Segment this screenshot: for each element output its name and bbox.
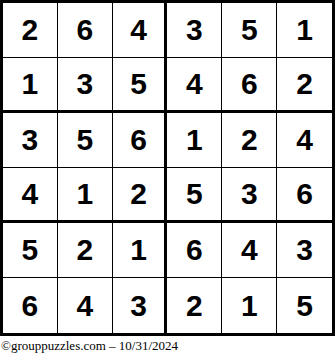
- sudoku-cell-r4c6: 6: [277, 168, 332, 223]
- sudoku-cell-r3c6: 4: [277, 113, 332, 168]
- sudoku-cell-r1c3: 4: [113, 3, 168, 58]
- sudoku-cell-r1c2: 6: [58, 3, 113, 58]
- sudoku-cell-r3c2: 5: [58, 113, 113, 168]
- sudoku-cell-r4c5: 3: [222, 168, 277, 223]
- sudoku-cell-r3c4: 1: [167, 113, 222, 168]
- sudoku-cell-r1c1: 2: [3, 3, 58, 58]
- sudoku-cell-r4c3: 2: [113, 168, 168, 223]
- sudoku-cell-r4c1: 4: [3, 168, 58, 223]
- sudoku-cell-r1c5: 5: [222, 3, 277, 58]
- sudoku-cell-r2c5: 6: [222, 58, 277, 113]
- sudoku-cell-r6c4: 2: [167, 278, 222, 333]
- sudoku-board: 264351135462356124412536521643643215: [0, 0, 335, 336]
- sudoku-cell-r5c6: 3: [277, 223, 332, 278]
- sudoku-cell-r3c1: 3: [3, 113, 58, 168]
- sudoku-cell-r4c4: 5: [167, 168, 222, 223]
- sudoku-cell-r6c6: 5: [277, 278, 332, 333]
- sudoku-cell-r3c5: 2: [222, 113, 277, 168]
- sudoku-cell-r1c4: 3: [167, 3, 222, 58]
- sudoku-cell-r6c2: 4: [58, 278, 113, 333]
- sudoku-cell-r3c3: 6: [113, 113, 168, 168]
- copyright-credit: ©grouppuzzles.com – 10/31/2024: [1, 338, 178, 354]
- puzzle-page: 264351135462356124412536521643643215 ©gr…: [0, 0, 335, 357]
- sudoku-cell-r5c1: 5: [3, 223, 58, 278]
- sudoku-cell-r6c1: 6: [3, 278, 58, 333]
- sudoku-cell-r4c2: 1: [58, 168, 113, 223]
- sudoku-cell-r5c5: 4: [222, 223, 277, 278]
- sudoku-cell-r5c2: 2: [58, 223, 113, 278]
- sudoku-cell-r2c1: 1: [3, 58, 58, 113]
- sudoku-cell-r6c3: 3: [113, 278, 168, 333]
- sudoku-cell-r1c6: 1: [277, 3, 332, 58]
- sudoku-cell-r2c2: 3: [58, 58, 113, 113]
- sudoku-cell-r6c5: 1: [222, 278, 277, 333]
- sudoku-cell-r5c4: 6: [167, 223, 222, 278]
- sudoku-cell-r2c3: 5: [113, 58, 168, 113]
- sudoku-cell-r5c3: 1: [113, 223, 168, 278]
- sudoku-cell-r2c6: 2: [277, 58, 332, 113]
- sudoku-cell-r2c4: 4: [167, 58, 222, 113]
